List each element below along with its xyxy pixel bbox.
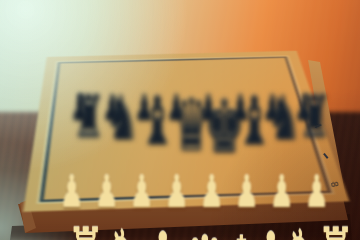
pieces-layer: ♜♞♝♛♚♝♞♜♟♟♟♟♟♟♟♟♟♟♟♟♟♟♟♟♜♞♝♛♚♝♞♜ bbox=[0, 0, 360, 240]
chess-photo-scene: 4 8 ♜♞♝♛♚♝♞♜♟♟♟♟♟♟♟♟♟♟♟♟♟♟♟♟♜♞♝♛♚♝♞♜ bbox=[0, 0, 360, 240]
